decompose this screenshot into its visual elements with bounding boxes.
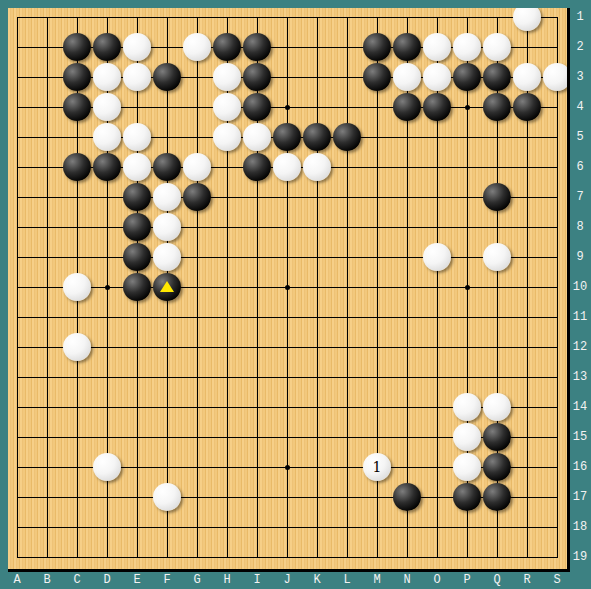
stone-white-s3[interactable]	[543, 63, 570, 91]
stones-layer: 1	[8, 8, 570, 572]
col-label-b: B	[32, 573, 62, 588]
row-label-1: 1	[570, 10, 590, 24]
stone-black-g7[interactable]	[183, 183, 211, 211]
row-label-18: 18	[570, 520, 590, 534]
stone-black-e9[interactable]	[123, 243, 151, 271]
stone-white-c12[interactable]	[63, 333, 91, 361]
row-label-6: 6	[570, 160, 590, 174]
stone-black-n2[interactable]	[393, 33, 421, 61]
stone-black-c4[interactable]	[63, 93, 91, 121]
stone-black-q4[interactable]	[483, 93, 511, 121]
row-label-15: 15	[570, 430, 590, 444]
row-label-3: 3	[570, 70, 590, 84]
row-label-2: 2	[570, 40, 590, 54]
row-label-12: 12	[570, 340, 590, 354]
stone-white-p2[interactable]	[453, 33, 481, 61]
stone-black-p3[interactable]	[453, 63, 481, 91]
stone-white-e6[interactable]	[123, 153, 151, 181]
stone-white-o3[interactable]	[423, 63, 451, 91]
col-label-q: Q	[482, 573, 512, 588]
row-label-17: 17	[570, 490, 590, 504]
stone-black-i6[interactable]	[243, 153, 271, 181]
stone-black-q16[interactable]	[483, 453, 511, 481]
stone-black-r4[interactable]	[513, 93, 541, 121]
stone-white-d3[interactable]	[93, 63, 121, 91]
stone-white-o9[interactable]	[423, 243, 451, 271]
stone-black-c6[interactable]	[63, 153, 91, 181]
stone-white-f8[interactable]	[153, 213, 181, 241]
col-label-o: O	[422, 573, 452, 588]
stone-white-f9[interactable]	[153, 243, 181, 271]
stone-white-g2[interactable]	[183, 33, 211, 61]
stone-black-h2[interactable]	[213, 33, 241, 61]
stone-white-g6[interactable]	[183, 153, 211, 181]
col-label-d: D	[92, 573, 122, 588]
stone-white-h5[interactable]	[213, 123, 241, 151]
stone-white-e2[interactable]	[123, 33, 151, 61]
col-label-r: R	[512, 573, 542, 588]
stone-black-q17[interactable]	[483, 483, 511, 511]
move-number-label: 1	[373, 460, 382, 474]
stone-white-q9[interactable]	[483, 243, 511, 271]
col-label-s: S	[542, 573, 572, 588]
col-label-l: L	[332, 573, 362, 588]
stone-black-c2[interactable]	[63, 33, 91, 61]
stone-black-m2[interactable]	[363, 33, 391, 61]
stone-black-q7[interactable]	[483, 183, 511, 211]
stone-white-r1[interactable]	[513, 8, 541, 31]
row-label-7: 7	[570, 190, 590, 204]
col-label-m: M	[362, 573, 392, 588]
col-label-a: A	[2, 573, 32, 588]
triangle-marker	[160, 281, 174, 292]
stone-white-q14[interactable]	[483, 393, 511, 421]
col-label-p: P	[452, 573, 482, 588]
stone-white-d16[interactable]	[93, 453, 121, 481]
stone-black-i4[interactable]	[243, 93, 271, 121]
row-label-8: 8	[570, 220, 590, 234]
col-label-i: I	[242, 573, 272, 588]
stone-black-e10[interactable]	[123, 273, 151, 301]
row-label-19: 19	[570, 550, 590, 564]
col-label-e: E	[122, 573, 152, 588]
stone-white-p16[interactable]	[453, 453, 481, 481]
col-label-c: C	[62, 573, 92, 588]
stone-white-i5[interactable]	[243, 123, 271, 151]
stone-black-n4[interactable]	[393, 93, 421, 121]
stone-white-j6[interactable]	[273, 153, 301, 181]
row-label-16: 16	[570, 460, 590, 474]
stone-white-r3[interactable]	[513, 63, 541, 91]
stone-black-f3[interactable]	[153, 63, 181, 91]
stone-white-n3[interactable]	[393, 63, 421, 91]
stone-black-q15[interactable]	[483, 423, 511, 451]
stone-black-p17[interactable]	[453, 483, 481, 511]
stone-black-f6[interactable]	[153, 153, 181, 181]
col-label-f: F	[152, 573, 182, 588]
row-label-5: 5	[570, 130, 590, 144]
stone-white-c10[interactable]	[63, 273, 91, 301]
go-game-window: 1 ABCDEFGHIJKLMNOPQRS 123456789101112131…	[0, 0, 591, 589]
stone-white-e3[interactable]	[123, 63, 151, 91]
stone-white-f17[interactable]	[153, 483, 181, 511]
stone-black-i2[interactable]	[243, 33, 271, 61]
stone-black-j5[interactable]	[273, 123, 301, 151]
stone-black-q3[interactable]	[483, 63, 511, 91]
stone-black-e8[interactable]	[123, 213, 151, 241]
stone-white-k6[interactable]	[303, 153, 331, 181]
stone-black-o4[interactable]	[423, 93, 451, 121]
stone-black-k5[interactable]	[303, 123, 331, 151]
col-label-n: N	[392, 573, 422, 588]
stone-black-f10[interactable]	[153, 273, 181, 301]
col-label-j: J	[272, 573, 302, 588]
row-label-13: 13	[570, 370, 590, 384]
stone-white-m16[interactable]: 1	[363, 453, 391, 481]
stone-white-d5[interactable]	[93, 123, 121, 151]
stone-white-q2[interactable]	[483, 33, 511, 61]
stone-black-l5[interactable]	[333, 123, 361, 151]
stone-black-i3[interactable]	[243, 63, 271, 91]
stone-white-p14[interactable]	[453, 393, 481, 421]
stone-white-f7[interactable]	[153, 183, 181, 211]
stone-black-d6[interactable]	[93, 153, 121, 181]
row-label-11: 11	[570, 310, 590, 324]
go-board[interactable]: 1	[8, 8, 570, 572]
stone-black-c3[interactable]	[63, 63, 91, 91]
stone-white-h4[interactable]	[213, 93, 241, 121]
stone-white-p15[interactable]	[453, 423, 481, 451]
stone-white-d4[interactable]	[93, 93, 121, 121]
stone-black-m3[interactable]	[363, 63, 391, 91]
col-label-h: H	[212, 573, 242, 588]
row-label-10: 10	[570, 280, 590, 294]
row-label-9: 9	[570, 250, 590, 264]
stone-white-o2[interactable]	[423, 33, 451, 61]
row-label-4: 4	[570, 100, 590, 114]
stone-black-n17[interactable]	[393, 483, 421, 511]
col-label-k: K	[302, 573, 332, 588]
col-label-g: G	[182, 573, 212, 588]
stone-white-h3[interactable]	[213, 63, 241, 91]
stone-black-d2[interactable]	[93, 33, 121, 61]
row-label-14: 14	[570, 400, 590, 414]
stone-black-e7[interactable]	[123, 183, 151, 211]
stone-white-e5[interactable]	[123, 123, 151, 151]
